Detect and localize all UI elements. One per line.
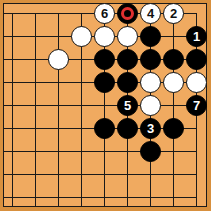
black-stone[interactable] [163,49,184,70]
go-diagram: 6421573 [0,0,211,211]
white-stone[interactable]: 2 [163,3,184,24]
black-stone[interactable] [94,72,115,93]
grid-line [4,197,197,198]
white-stone[interactable] [71,26,92,47]
white-stone[interactable] [163,72,184,93]
black-stone[interactable]: 5 [117,95,138,116]
black-stone[interactable] [140,141,161,162]
grid-line [35,13,36,206]
white-stone[interactable] [48,49,69,70]
grid-line [4,174,197,175]
white-stone[interactable] [140,72,161,93]
black-stone[interactable] [186,49,207,70]
black-stone[interactable] [140,49,161,70]
black-stone[interactable]: 7 [186,95,207,116]
grid-line [12,13,13,206]
white-stone[interactable] [94,26,115,47]
black-stone[interactable] [117,72,138,93]
red-circle-marker-icon [121,7,134,20]
black-stone[interactable] [94,118,115,139]
white-stone[interactable]: 6 [94,3,115,24]
white-stone[interactable]: 4 [140,3,161,24]
white-stone[interactable] [140,95,161,116]
white-stone[interactable] [186,72,207,93]
grid-line [173,13,174,206]
marked-black-stone[interactable] [117,3,138,24]
black-stone[interactable] [140,26,161,47]
white-stone[interactable] [117,26,138,47]
grid-line [4,151,197,152]
black-stone[interactable] [117,118,138,139]
black-stone[interactable]: 1 [186,26,207,47]
black-stone[interactable] [94,49,115,70]
grid-line [4,105,197,106]
black-stone[interactable] [117,49,138,70]
black-stone[interactable]: 3 [140,118,161,139]
grid-line [58,13,59,206]
black-stone[interactable] [163,118,184,139]
